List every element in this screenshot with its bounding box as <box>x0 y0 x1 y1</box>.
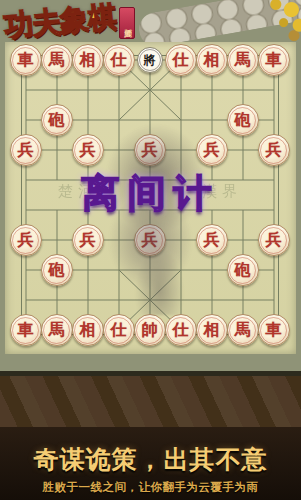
piece-glyph: 砲 <box>43 257 70 284</box>
piece-glyph: 相 <box>198 317 225 344</box>
piece-glyph: 兵 <box>260 137 287 164</box>
piece-馬-f1-r9[interactable]: 馬 <box>41 314 73 346</box>
piece-兵-f6-r3[interactable]: 兵 <box>196 134 228 166</box>
piece-砲-f1-r2[interactable]: 砲 <box>41 104 73 136</box>
piece-glyph: 兵 <box>136 227 163 254</box>
piece-glyph: 相 <box>74 317 101 344</box>
pieces-layer: 車馬相仕將仕相馬車砲砲兵兵兵兵兵兵兵兵兵兵砲砲車馬相仕帥仕相馬車 <box>10 45 289 345</box>
banner-headline: 奇谋诡策，出其不意 <box>0 443 301 476</box>
piece-glyph: 砲 <box>229 257 256 284</box>
piece-glyph: 仕 <box>105 317 132 344</box>
piece-glyph: 帥 <box>136 317 163 344</box>
piece-glyph: 車 <box>12 317 39 344</box>
bottom-banner: 奇谋诡策，出其不意 胜败于一线之间，让你翻手为云覆手为雨 <box>0 427 301 500</box>
piece-glyph: 兵 <box>260 227 287 254</box>
piece-相-f6-r0[interactable]: 相 <box>196 44 228 76</box>
piece-兵-f0-r3[interactable]: 兵 <box>10 134 42 166</box>
piece-砲-f1-r7[interactable]: 砲 <box>41 254 73 286</box>
piece-砲-f7-r7[interactable]: 砲 <box>227 254 259 286</box>
wooden-floor <box>0 376 301 427</box>
piece-車-f8-r9[interactable]: 車 <box>258 314 290 346</box>
piece-glyph: 馬 <box>43 317 70 344</box>
piece-glyph: 兵 <box>74 137 101 164</box>
piece-glyph: 兵 <box>198 227 225 254</box>
piece-帥-f4-r9[interactable]: 帥 <box>134 314 166 346</box>
piece-兵-f2-r6[interactable]: 兵 <box>72 224 104 256</box>
piece-glyph: 馬 <box>229 47 256 74</box>
piece-兵-f4-r6[interactable]: 兵 <box>134 224 166 256</box>
piece-馬-f7-r9[interactable]: 馬 <box>227 314 259 346</box>
piece-glyph: 車 <box>260 47 287 74</box>
piece-glyph: 兵 <box>12 137 39 164</box>
piece-兵-f0-r6[interactable]: 兵 <box>10 224 42 256</box>
piece-仕-f5-r0[interactable]: 仕 <box>165 44 197 76</box>
piece-仕-f3-r0[interactable]: 仕 <box>103 44 135 76</box>
piece-glyph: 將 <box>139 49 161 71</box>
edition-ribbon: 大师版 <box>119 7 135 39</box>
piece-兵-f8-r6[interactable]: 兵 <box>258 224 290 256</box>
piece-glyph: 車 <box>12 47 39 74</box>
piece-相-f6-r9[interactable]: 相 <box>196 314 228 346</box>
piece-兵-f2-r3[interactable]: 兵 <box>72 134 104 166</box>
piece-兵-f4-r3[interactable]: 兵 <box>134 134 166 166</box>
piece-車-f0-r9[interactable]: 車 <box>10 314 42 346</box>
piece-相-f2-r9[interactable]: 相 <box>72 314 104 346</box>
app-logo: 功夫象棋 <box>2 0 117 47</box>
piece-glyph: 相 <box>198 47 225 74</box>
piece-仕-f3-r9[interactable]: 仕 <box>103 314 135 346</box>
piece-glyph: 仕 <box>105 47 132 74</box>
piece-兵-f8-r3[interactable]: 兵 <box>258 134 290 166</box>
piece-glyph: 馬 <box>229 317 256 344</box>
piece-glyph: 仕 <box>167 47 194 74</box>
piece-仕-f5-r9[interactable]: 仕 <box>165 314 197 346</box>
piece-glyph: 馬 <box>43 47 70 74</box>
piece-車-f8-r0[interactable]: 車 <box>258 44 290 76</box>
game-screen: 功夫象棋 大师版 楚河 漢界 車馬相仕將仕相馬車砲砲兵兵兵兵兵兵兵兵兵兵砲砲車馬… <box>0 0 301 500</box>
piece-車-f0-r0[interactable]: 車 <box>10 44 42 76</box>
piece-glyph: 兵 <box>136 137 163 164</box>
piece-兵-f6-r6[interactable]: 兵 <box>196 224 228 256</box>
piece-glyph: 兵 <box>198 137 225 164</box>
piece-glyph: 兵 <box>12 227 39 254</box>
banner-subline: 胜败于一线之间，让你翻手为云覆手为雨 <box>0 480 301 495</box>
piece-glyph: 相 <box>74 47 101 74</box>
piece-glyph: 砲 <box>43 107 70 134</box>
piece-將-f4-r0[interactable]: 將 <box>137 47 163 73</box>
piece-砲-f7-r2[interactable]: 砲 <box>227 104 259 136</box>
piece-glyph: 砲 <box>229 107 256 134</box>
piece-glyph: 仕 <box>167 317 194 344</box>
piece-glyph: 兵 <box>74 227 101 254</box>
piece-馬-f1-r0[interactable]: 馬 <box>41 44 73 76</box>
flowers-decoration <box>255 0 301 46</box>
piece-相-f2-r0[interactable]: 相 <box>72 44 104 76</box>
piece-glyph: 車 <box>260 317 287 344</box>
piece-馬-f7-r0[interactable]: 馬 <box>227 44 259 76</box>
